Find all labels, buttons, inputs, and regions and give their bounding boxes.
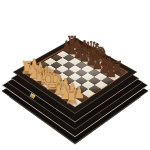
- chess-set-photo: ♜♞♝♛♚♝♞♜♟♟♟♟♟♟♟♟♟♟♟♟♟♟♟♟♜♞♝♛♚♝♞♜: [0, 0, 150, 150]
- square-g5: [88, 77, 101, 85]
- piece-white-rook: ♜: [64, 88, 79, 105]
- piece-black-pawn: ♟: [105, 66, 117, 79]
